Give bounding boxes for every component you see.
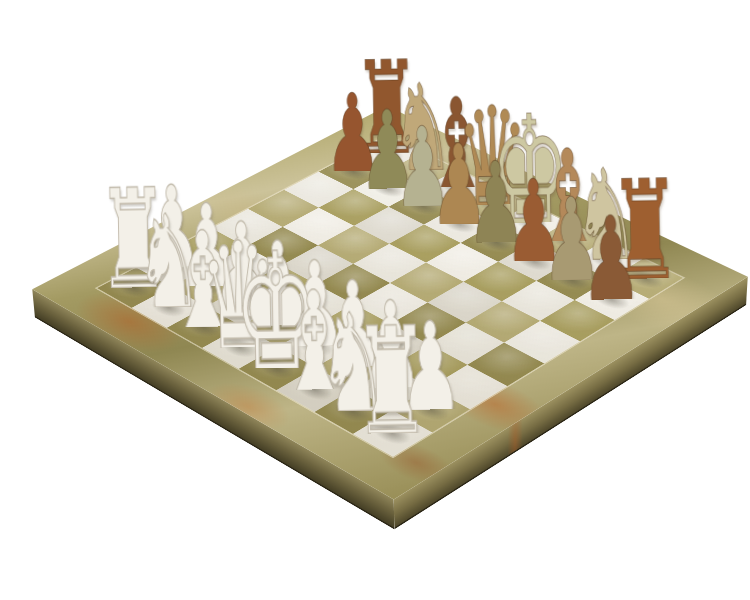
- piece-green-pawn-h7: ♟: [529, 181, 693, 301]
- product-photo: ♜♞♝♛♚♝♞♜♟♟♟♟♟♟♟♟♟♟♟♟♟♟♟♟♜♞♝♛♚♝♞♜: [0, 0, 750, 600]
- square-h6: [540, 300, 615, 341]
- chess-board: ♜♞♝♛♚♝♞♜♟♟♟♟♟♟♟♟♟♟♟♟♟♟♟♟♜♞♝♛♚♝♞♜: [32, 106, 747, 500]
- piece-white-rook-h1: ♜: [304, 283, 479, 435]
- scene: ♜♞♝♛♚♝♞♜♟♟♟♟♟♟♟♟♟♟♟♟♟♟♟♟♜♞♝♛♚♝♞♜: [0, 0, 750, 600]
